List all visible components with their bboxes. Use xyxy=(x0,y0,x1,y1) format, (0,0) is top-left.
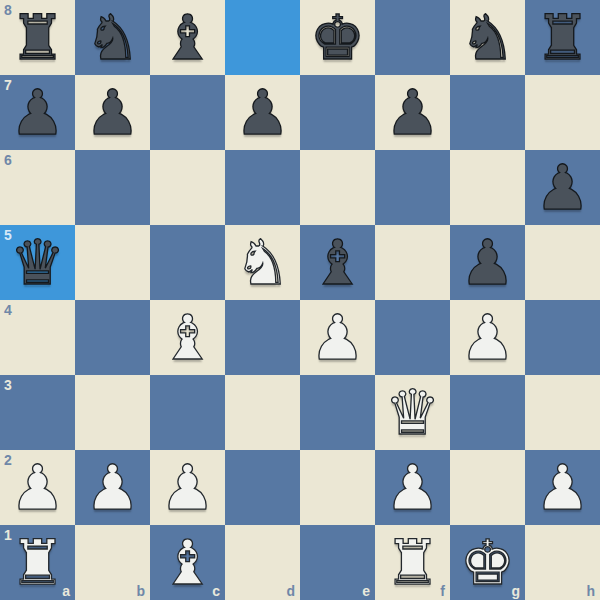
square-e6[interactable] xyxy=(300,150,375,225)
square-h8[interactable]: ♜ xyxy=(525,0,600,75)
square-h5[interactable] xyxy=(525,225,600,300)
square-g5[interactable]: ♟ xyxy=(450,225,525,300)
piece-black-knight[interactable]: ♞ xyxy=(85,0,141,75)
file-label-g: g xyxy=(511,584,520,598)
piece-black-rook[interactable]: ♜ xyxy=(535,0,591,75)
square-d7[interactable]: ♟ xyxy=(225,75,300,150)
square-d2[interactable] xyxy=(225,450,300,525)
square-c8[interactable]: ♝ xyxy=(150,0,225,75)
piece-white-queen[interactable]: ♛ xyxy=(385,375,441,450)
rank-label-1: 1 xyxy=(4,528,12,542)
square-c6[interactable] xyxy=(150,150,225,225)
square-h7[interactable] xyxy=(525,75,600,150)
piece-white-pawn[interactable]: ♟ xyxy=(385,450,441,525)
square-c5[interactable] xyxy=(150,225,225,300)
piece-white-bishop[interactable]: ♝ xyxy=(160,525,216,600)
piece-white-knight[interactable]: ♞ xyxy=(235,225,291,300)
file-label-h: h xyxy=(586,584,595,598)
square-g8[interactable]: ♞ xyxy=(450,0,525,75)
square-c2[interactable]: ♟ xyxy=(150,450,225,525)
square-a3[interactable]: 3 xyxy=(0,375,75,450)
piece-white-pawn[interactable]: ♟ xyxy=(310,300,366,375)
square-h2[interactable]: ♟ xyxy=(525,450,600,525)
square-a6[interactable]: 6 xyxy=(0,150,75,225)
square-e8[interactable]: ♚ xyxy=(300,0,375,75)
square-b4[interactable] xyxy=(75,300,150,375)
square-d6[interactable] xyxy=(225,150,300,225)
piece-black-king[interactable]: ♚ xyxy=(310,0,366,75)
square-d3[interactable] xyxy=(225,375,300,450)
square-h6[interactable]: ♟ xyxy=(525,150,600,225)
square-e1[interactable]: e xyxy=(300,525,375,600)
piece-black-pawn[interactable]: ♟ xyxy=(10,75,66,150)
square-f4[interactable] xyxy=(375,300,450,375)
square-f2[interactable]: ♟ xyxy=(375,450,450,525)
square-b7[interactable]: ♟ xyxy=(75,75,150,150)
square-e7[interactable] xyxy=(300,75,375,150)
file-label-c: c xyxy=(212,584,220,598)
square-e4[interactable]: ♟ xyxy=(300,300,375,375)
piece-white-pawn[interactable]: ♟ xyxy=(85,450,141,525)
piece-black-rook[interactable]: ♜ xyxy=(10,0,66,75)
square-b3[interactable] xyxy=(75,375,150,450)
rank-label-3: 3 xyxy=(4,378,12,392)
piece-white-pawn[interactable]: ♟ xyxy=(160,450,216,525)
piece-white-bishop[interactable]: ♝ xyxy=(160,300,216,375)
piece-black-queen[interactable]: ♛ xyxy=(10,225,66,300)
piece-black-pawn[interactable]: ♟ xyxy=(385,75,441,150)
piece-white-rook[interactable]: ♜ xyxy=(10,525,66,600)
square-e3[interactable] xyxy=(300,375,375,450)
piece-white-pawn[interactable]: ♟ xyxy=(10,450,66,525)
square-b1[interactable]: b xyxy=(75,525,150,600)
square-g6[interactable] xyxy=(450,150,525,225)
piece-black-pawn[interactable]: ♟ xyxy=(535,150,591,225)
piece-black-bishop[interactable]: ♝ xyxy=(310,225,366,300)
file-label-a: a xyxy=(62,584,70,598)
square-a4[interactable]: 4 xyxy=(0,300,75,375)
square-h4[interactable] xyxy=(525,300,600,375)
square-e2[interactable] xyxy=(300,450,375,525)
square-c1[interactable]: c♝ xyxy=(150,525,225,600)
square-f8[interactable] xyxy=(375,0,450,75)
square-d5[interactable]: ♞ xyxy=(225,225,300,300)
square-f1[interactable]: f♜ xyxy=(375,525,450,600)
piece-black-knight[interactable]: ♞ xyxy=(460,0,516,75)
square-h3[interactable] xyxy=(525,375,600,450)
square-c4[interactable]: ♝ xyxy=(150,300,225,375)
square-f6[interactable] xyxy=(375,150,450,225)
square-a8[interactable]: 8♜ xyxy=(0,0,75,75)
piece-black-pawn[interactable]: ♟ xyxy=(85,75,141,150)
piece-white-rook[interactable]: ♜ xyxy=(385,525,441,600)
square-e5[interactable]: ♝ xyxy=(300,225,375,300)
piece-black-pawn[interactable]: ♟ xyxy=(235,75,291,150)
rank-label-7: 7 xyxy=(4,78,12,92)
file-label-e: e xyxy=(362,584,370,598)
piece-white-pawn[interactable]: ♟ xyxy=(535,450,591,525)
square-g1[interactable]: g♚ xyxy=(450,525,525,600)
square-d8[interactable] xyxy=(225,0,300,75)
square-a7[interactable]: 7♟ xyxy=(0,75,75,150)
piece-black-bishop[interactable]: ♝ xyxy=(160,0,216,75)
file-label-d: d xyxy=(286,584,295,598)
square-c7[interactable] xyxy=(150,75,225,150)
square-g7[interactable] xyxy=(450,75,525,150)
piece-black-pawn[interactable]: ♟ xyxy=(460,225,516,300)
rank-label-2: 2 xyxy=(4,453,12,467)
rank-label-4: 4 xyxy=(4,303,12,317)
square-f7[interactable]: ♟ xyxy=(375,75,450,150)
square-g4[interactable]: ♟ xyxy=(450,300,525,375)
rank-label-8: 8 xyxy=(4,3,12,17)
piece-white-pawn[interactable]: ♟ xyxy=(460,300,516,375)
file-label-f: f xyxy=(440,584,445,598)
square-b6[interactable] xyxy=(75,150,150,225)
square-f5[interactable] xyxy=(375,225,450,300)
square-a5[interactable]: 5♛ xyxy=(0,225,75,300)
square-a1[interactable]: 1a♜ xyxy=(0,525,75,600)
square-f3[interactable]: ♛ xyxy=(375,375,450,450)
rank-label-5: 5 xyxy=(4,228,12,242)
square-b8[interactable]: ♞ xyxy=(75,0,150,75)
piece-white-king[interactable]: ♚ xyxy=(460,525,516,600)
square-a2[interactable]: 2♟ xyxy=(0,450,75,525)
square-d1[interactable]: d xyxy=(225,525,300,600)
file-label-b: b xyxy=(136,584,145,598)
square-c3[interactable] xyxy=(150,375,225,450)
square-b5[interactable] xyxy=(75,225,150,300)
chess-board: 8♜♞♝♚♞♜7♟♟♟♟6♟5♛♞♝♟4♝♟♟3♛2♟♟♟♟♟1a♜bc♝def… xyxy=(0,0,600,600)
square-g3[interactable] xyxy=(450,375,525,450)
square-d4[interactable] xyxy=(225,300,300,375)
square-b2[interactable]: ♟ xyxy=(75,450,150,525)
square-h1[interactable]: h xyxy=(525,525,600,600)
rank-label-6: 6 xyxy=(4,153,12,167)
square-g2[interactable] xyxy=(450,450,525,525)
